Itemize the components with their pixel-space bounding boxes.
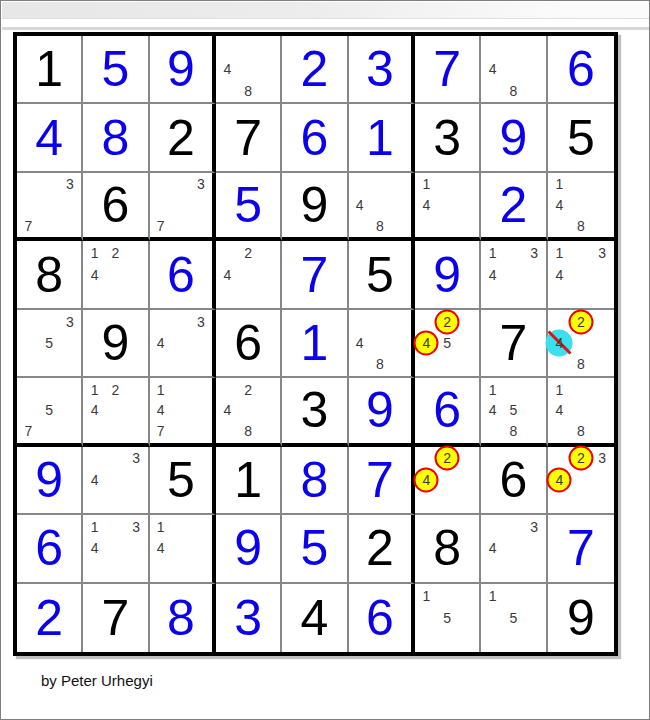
candidate-grid: 14 [416, 174, 478, 236]
given-digit: 3 [415, 104, 479, 170]
candidate-grid: 48 [482, 37, 544, 101]
candidate-5: 5 [443, 336, 451, 350]
cell-r3c9[interactable]: 148 [548, 173, 614, 241]
cell-r7c4[interactable]: 1 [216, 447, 282, 515]
solved-digit: 9 [17, 447, 81, 513]
cell-r3c7[interactable]: 14 [415, 173, 481, 241]
given-digit: 4 [282, 584, 346, 652]
candidate-1: 1 [157, 520, 165, 534]
cell-r1c8[interactable]: 48 [481, 36, 547, 104]
candidate-4: 4 [91, 403, 99, 417]
cell-r7c7[interactable]: 24 [415, 447, 481, 515]
cell-r7c8[interactable]: 6 [481, 447, 547, 515]
candidate-4: 4 [91, 541, 99, 555]
cell-r2c8[interactable]: 9 [481, 104, 547, 172]
candidate-1: 1 [422, 177, 430, 191]
candidate-4: 4 [157, 541, 165, 555]
cell-r7c2[interactable]: 34 [83, 447, 149, 515]
candidate-grid: 48 [217, 37, 279, 101]
cell-r8c4[interactable]: 9 [216, 515, 282, 583]
given-digit: 6 [216, 310, 280, 376]
candidate-5: 5 [510, 611, 518, 625]
solved-digit: 2 [481, 173, 545, 237]
given-digit: 2 [150, 104, 212, 170]
cell-r2c6[interactable]: 1 [349, 104, 415, 172]
given-digit: 5 [548, 104, 614, 170]
candidate-grid: 15 [416, 585, 478, 651]
given-digit: 9 [83, 310, 147, 376]
solved-digit: 7 [282, 241, 346, 307]
cell-r1c4[interactable]: 48 [216, 36, 282, 104]
candidate-grid: 134 [84, 516, 146, 580]
candidate-grid: 148 [549, 379, 613, 441]
candidate-5: 5 [45, 403, 53, 417]
solved-digit: 7 [349, 447, 411, 513]
given-digit: 1 [216, 447, 280, 513]
candidate-3: 3 [132, 520, 140, 534]
cell-r9c4[interactable]: 3 [216, 584, 282, 652]
candidate-7: 7 [24, 219, 32, 233]
cell-r1c1[interactable]: 1 [17, 36, 83, 104]
cell-r3c6[interactable]: 48 [349, 173, 415, 241]
cell-r5c3[interactable]: 34 [150, 310, 216, 378]
given-digit: 6 [83, 173, 147, 237]
cell-r9c3[interactable]: 8 [150, 584, 216, 652]
cell-r9c2[interactable]: 7 [83, 584, 149, 652]
candidate-2-circled: 2 [443, 451, 451, 465]
candidate-8: 8 [510, 84, 518, 98]
cell-r5c1[interactable]: 35 [17, 310, 83, 378]
page: 1594823748648276139537637594814214881246… [0, 0, 650, 720]
candidate-3: 3 [598, 451, 606, 465]
candidate-1: 1 [91, 246, 99, 260]
candidate-4: 4 [422, 198, 430, 212]
solved-digit: 2 [282, 36, 346, 102]
candidate-grid: 134 [549, 242, 613, 306]
cell-r5c4[interactable]: 6 [216, 310, 282, 378]
cell-r2c1[interactable]: 4 [17, 104, 83, 172]
given-digit: 8 [415, 515, 479, 581]
solved-digit: 6 [349, 584, 411, 652]
cell-r6c3[interactable]: 147 [150, 378, 216, 446]
candidate-grid: 148 [549, 174, 613, 236]
solved-digit: 6 [415, 378, 479, 442]
cell-r1c5[interactable]: 2 [282, 36, 348, 104]
cell-r3c4[interactable]: 5 [216, 173, 282, 241]
candidate-4-circled: 4 [422, 473, 430, 487]
candidate-4-circled: 4 [422, 336, 430, 350]
candidate-8: 8 [376, 357, 384, 371]
cell-r6c1[interactable]: 57 [17, 378, 83, 446]
cell-r2c4[interactable]: 7 [216, 104, 282, 172]
cell-r8c3[interactable]: 14 [150, 515, 216, 583]
solved-digit: 6 [150, 241, 212, 307]
given-digit: 2 [349, 515, 411, 581]
cell-r2c5[interactable]: 6 [282, 104, 348, 172]
candidate-grid: 248 [549, 311, 613, 375]
candidate-3: 3 [598, 246, 606, 260]
cell-r5c2[interactable]: 9 [83, 310, 149, 378]
given-digit: 8 [17, 241, 81, 307]
candidate-4: 4 [157, 336, 165, 350]
cell-r9c7[interactable]: 15 [415, 584, 481, 652]
given-digit: 9 [282, 173, 346, 237]
cell-r6c6[interactable]: 9 [349, 378, 415, 446]
solved-digit: 2 [17, 584, 81, 652]
cell-r4c6[interactable]: 5 [349, 241, 415, 309]
candidate-grid: 37 [151, 174, 211, 236]
candidate-1: 1 [489, 246, 497, 260]
cell-r5c7[interactable]: 245 [415, 310, 481, 378]
candidate-grid: 1458 [482, 379, 544, 441]
solved-digit: 5 [282, 515, 346, 581]
candidate-4: 4 [555, 403, 563, 417]
solved-digit: 9 [216, 515, 280, 581]
cell-r3c8[interactable]: 2 [481, 173, 547, 241]
cell-r3c3[interactable]: 37 [150, 173, 216, 241]
candidate-4: 4 [489, 541, 497, 555]
candidate-grid: 48 [350, 174, 410, 236]
cell-r7c6[interactable]: 7 [349, 447, 415, 515]
given-digit: 9 [548, 584, 614, 652]
candidate-3: 3 [197, 177, 205, 191]
cell-r9c5[interactable]: 4 [282, 584, 348, 652]
cell-r1c7[interactable]: 7 [415, 36, 481, 104]
candidate-4: 4 [489, 403, 497, 417]
solved-digit: 3 [216, 584, 280, 652]
candidate-1: 1 [555, 177, 563, 191]
solved-digit: 3 [349, 36, 411, 102]
cell-r8c7[interactable]: 8 [415, 515, 481, 583]
cell-r9c9[interactable]: 9 [548, 584, 614, 652]
given-digit: 7 [83, 584, 147, 652]
candidate-1: 1 [489, 589, 497, 603]
solved-digit: 6 [17, 515, 81, 581]
candidate-8: 8 [244, 84, 252, 98]
candidate-4: 4 [157, 403, 165, 417]
solved-digit: 9 [150, 36, 212, 102]
candidate-grid: 24 [416, 448, 478, 512]
cell-r7c9[interactable]: 234 [548, 447, 614, 515]
cell-r9c1[interactable]: 2 [17, 584, 83, 652]
cell-r5c5[interactable]: 1 [282, 310, 348, 378]
candidate-grid: 35 [18, 311, 80, 375]
candidate-1: 1 [555, 383, 563, 397]
cell-r8c9[interactable]: 7 [548, 515, 614, 583]
candidate-8: 8 [577, 424, 585, 438]
candidate-grid: 34 [482, 516, 544, 580]
solved-digit: 4 [17, 104, 81, 170]
cell-r9c8[interactable]: 15 [481, 584, 547, 652]
candidate-grid: 34 [84, 448, 146, 512]
candidate-4: 4 [489, 62, 497, 76]
cell-r6c2[interactable]: 124 [83, 378, 149, 446]
candidate-8: 8 [510, 424, 518, 438]
candidate-2-circled: 2 [443, 315, 451, 329]
given-digit: 5 [349, 241, 411, 307]
candidate-3: 3 [66, 177, 74, 191]
candidate-1: 1 [91, 520, 99, 534]
cell-r7c1[interactable]: 9 [17, 447, 83, 515]
candidate-2-circled: 2 [577, 315, 585, 329]
cell-r6c9[interactable]: 148 [548, 378, 614, 446]
given-digit: 5 [150, 447, 212, 513]
solved-digit: 9 [481, 104, 545, 170]
candidate-4: 4 [223, 268, 231, 282]
cell-r3c2[interactable]: 6 [83, 173, 149, 241]
cell-r4c8[interactable]: 134 [481, 241, 547, 309]
candidate-8: 8 [577, 357, 585, 371]
candidate-8: 8 [577, 219, 585, 233]
cell-r2c2[interactable]: 8 [83, 104, 149, 172]
candidate-3: 3 [66, 315, 74, 329]
cell-r7c3[interactable]: 5 [150, 447, 216, 515]
cell-r9c6[interactable]: 6 [349, 584, 415, 652]
given-digit: 1 [17, 36, 81, 102]
solved-digit: 7 [415, 36, 479, 102]
candidate-4: 4 [223, 62, 231, 76]
cell-r5c6[interactable]: 48 [349, 310, 415, 378]
candidate-4-eliminated: 4 [555, 336, 563, 350]
candidate-5: 5 [510, 403, 518, 417]
cell-r8c2[interactable]: 134 [83, 515, 149, 583]
candidate-8: 8 [376, 219, 384, 233]
given-digit: 3 [282, 378, 346, 442]
candidate-4-circled: 4 [555, 473, 563, 487]
solved-digit: 8 [150, 584, 212, 652]
cell-r4c9[interactable]: 134 [548, 241, 614, 309]
candidate-7: 7 [24, 424, 32, 438]
candidate-4: 4 [555, 268, 563, 282]
candidate-2: 2 [112, 383, 120, 397]
candidate-1: 1 [489, 383, 497, 397]
cell-r5c9[interactable]: 248 [548, 310, 614, 378]
cell-r6c8[interactable]: 1458 [481, 378, 547, 446]
cell-r6c4[interactable]: 248 [216, 378, 282, 446]
candidate-grid: 15 [482, 585, 544, 651]
given-digit: 6 [481, 447, 545, 513]
author-credit: by Peter Urhegyi [41, 672, 153, 689]
cell-r3c5[interactable]: 9 [282, 173, 348, 241]
candidate-grid: 147 [151, 379, 211, 441]
solved-digit: 5 [216, 173, 280, 237]
given-digit: 7 [216, 104, 280, 170]
candidate-grid: 124 [84, 242, 146, 306]
cell-r2c3[interactable]: 2 [150, 104, 216, 172]
candidate-4: 4 [91, 268, 99, 282]
cell-r1c2[interactable]: 5 [83, 36, 149, 104]
candidate-2-circled: 2 [577, 451, 585, 465]
cell-r2c7[interactable]: 3 [415, 104, 481, 172]
candidate-4: 4 [356, 198, 364, 212]
cell-r4c1[interactable]: 8 [17, 241, 83, 309]
candidate-grid: 14 [151, 516, 211, 580]
candidate-grid: 34 [151, 311, 211, 375]
candidate-5: 5 [443, 611, 451, 625]
solved-digit: 8 [282, 447, 346, 513]
candidate-4: 4 [489, 268, 497, 282]
cell-r6c5[interactable]: 3 [282, 378, 348, 446]
top-divider [2, 27, 649, 30]
cell-r1c9[interactable]: 6 [548, 36, 614, 104]
candidate-2: 2 [244, 383, 252, 397]
cell-r4c3[interactable]: 6 [150, 241, 216, 309]
solved-digit: 6 [282, 104, 346, 170]
candidate-4: 4 [356, 336, 364, 350]
solved-digit: 1 [282, 310, 346, 376]
sudoku-board: 1594823748648276139537637594814214881246… [13, 32, 618, 656]
cell-r2c9[interactable]: 5 [548, 104, 614, 172]
cell-r8c1[interactable]: 6 [17, 515, 83, 583]
candidate-3: 3 [132, 451, 140, 465]
cell-r8c6[interactable]: 2 [349, 515, 415, 583]
cell-r8c8[interactable]: 34 [481, 515, 547, 583]
candidate-grid: 57 [18, 379, 80, 441]
candidate-2: 2 [244, 246, 252, 260]
solved-digit: 9 [349, 378, 411, 442]
solved-digit: 1 [349, 104, 411, 170]
candidate-4: 4 [91, 473, 99, 487]
cell-r4c5[interactable]: 7 [282, 241, 348, 309]
cell-r1c6[interactable]: 3 [349, 36, 415, 104]
candidate-1: 1 [555, 246, 563, 260]
candidate-grid: 37 [18, 174, 80, 236]
top-scrollbar[interactable] [2, 2, 649, 19]
cell-r8c5[interactable]: 5 [282, 515, 348, 583]
candidate-7: 7 [157, 219, 165, 233]
candidate-3: 3 [530, 246, 538, 260]
solved-digit: 8 [83, 104, 147, 170]
cell-r1c3[interactable]: 9 [150, 36, 216, 104]
solved-digit: 6 [548, 36, 614, 102]
candidate-1: 1 [422, 589, 430, 603]
solved-digit: 5 [83, 36, 147, 102]
cell-r4c7[interactable]: 9 [415, 241, 481, 309]
candidate-grid: 134 [482, 242, 544, 306]
candidate-grid: 48 [350, 311, 410, 375]
solved-digit: 9 [415, 241, 479, 307]
candidate-7: 7 [157, 424, 165, 438]
candidate-2: 2 [112, 246, 120, 260]
given-digit: 7 [481, 310, 545, 376]
cell-r4c2[interactable]: 124 [83, 241, 149, 309]
candidate-1: 1 [157, 383, 165, 397]
cell-r6c7[interactable]: 6 [415, 378, 481, 446]
cell-r4c4[interactable]: 24 [216, 241, 282, 309]
candidate-4: 4 [223, 403, 231, 417]
cell-r3c1[interactable]: 37 [17, 173, 83, 241]
candidate-4: 4 [555, 198, 563, 212]
candidate-grid: 124 [84, 379, 146, 441]
candidate-grid: 248 [217, 379, 279, 441]
cell-r5c8[interactable]: 7 [481, 310, 547, 378]
solved-digit: 7 [548, 515, 614, 581]
candidate-grid: 245 [416, 311, 478, 375]
candidate-grid: 234 [549, 448, 613, 512]
candidate-3: 3 [197, 315, 205, 329]
candidate-1: 1 [91, 383, 99, 397]
candidate-3: 3 [530, 520, 538, 534]
candidate-8: 8 [244, 424, 252, 438]
candidate-5: 5 [45, 336, 53, 350]
cell-r7c5[interactable]: 8 [282, 447, 348, 515]
candidate-grid: 24 [217, 242, 279, 306]
